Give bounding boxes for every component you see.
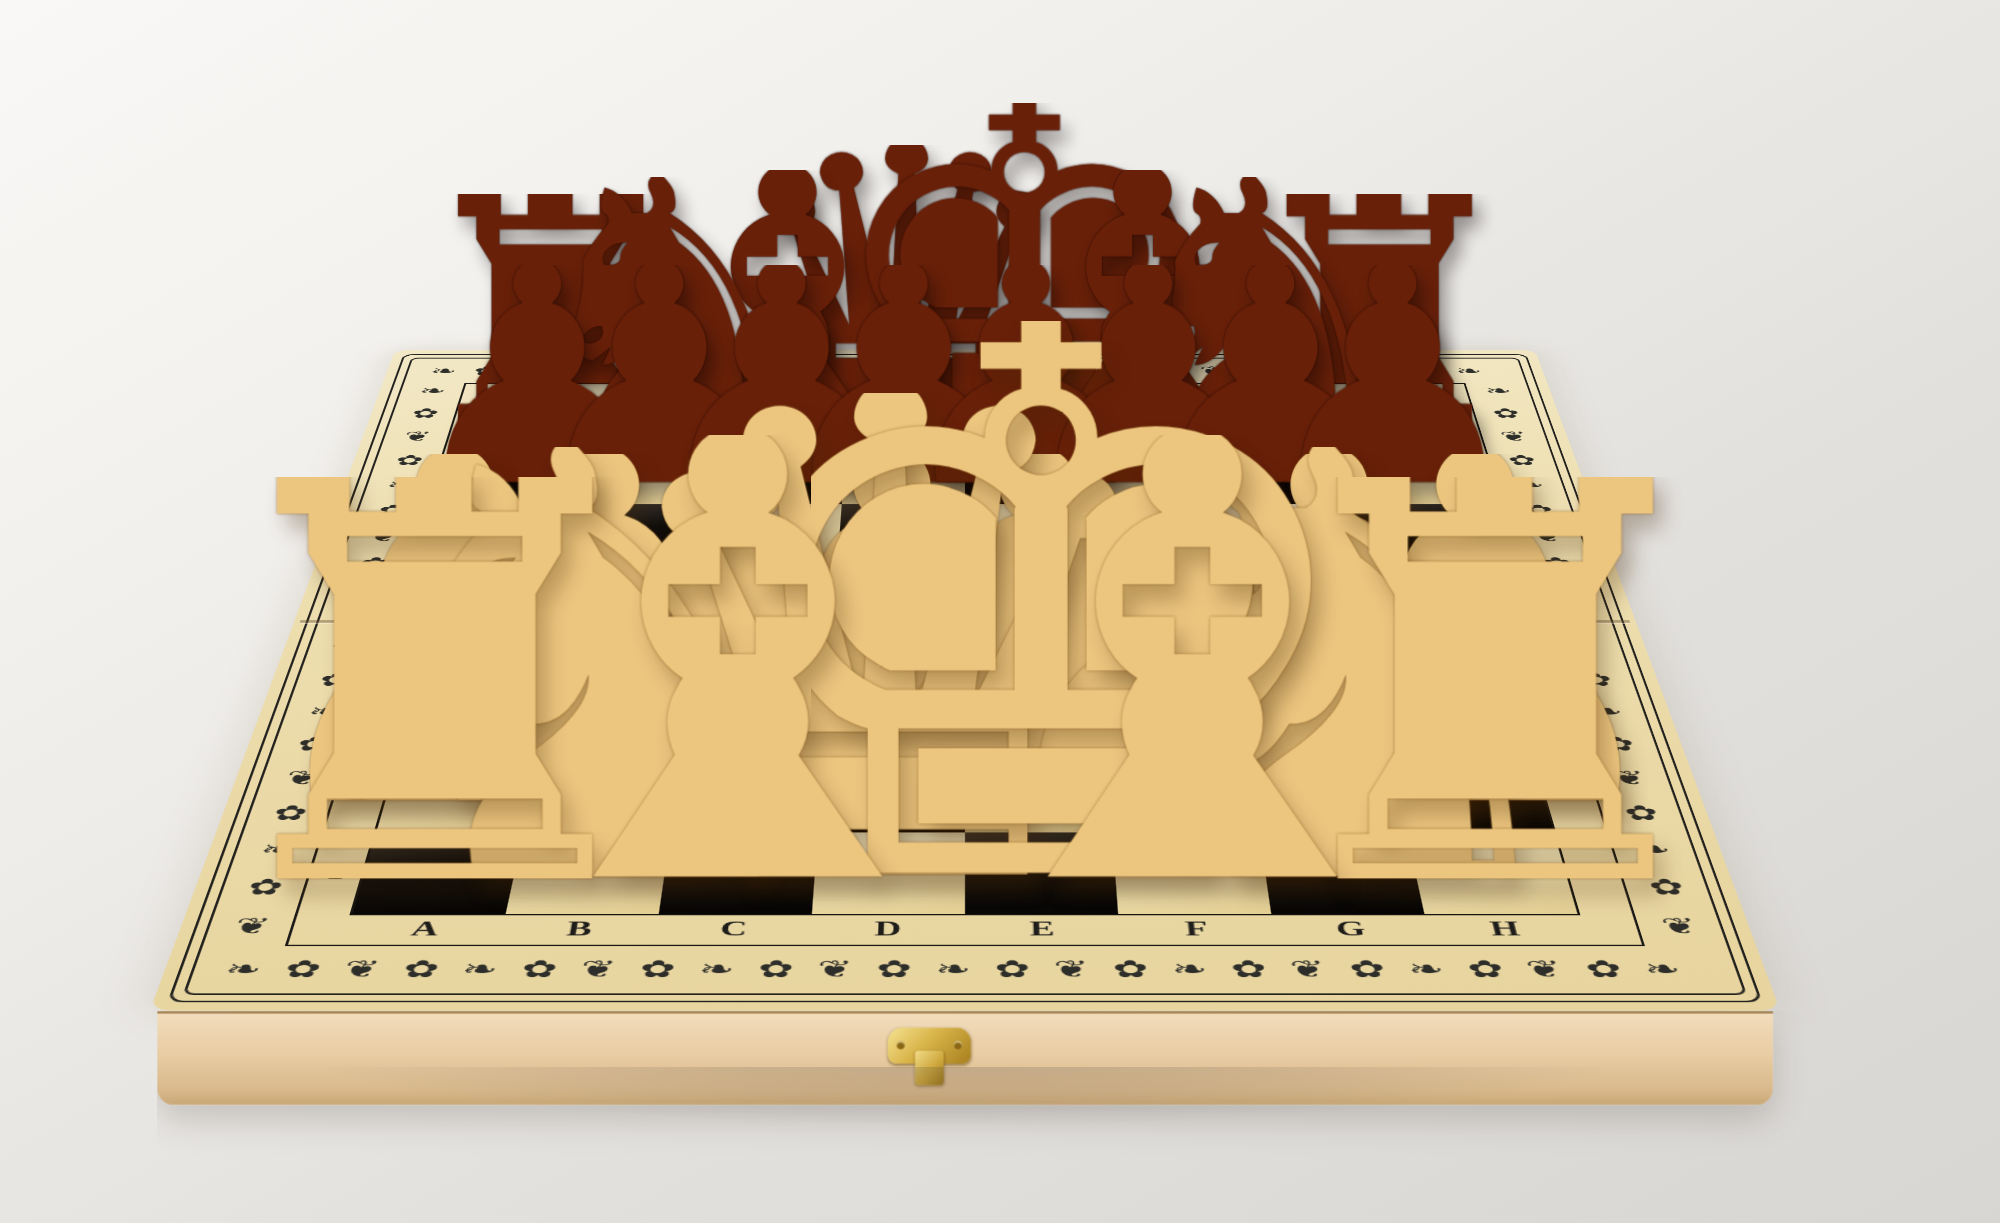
bishop-glyph: ♝	[916, 435, 1469, 891]
floral-ornament-bottom: ❧✿❦✿❧✿❦✿❧✿❦✿❧✿❦✿❧✿❦✿❧✿❦✿❧	[191, 949, 1738, 990]
photo-scene: ❧✿❦✿❧✿❦✿❧✿❦✿❧✿❦✿❧✿❦✿❧✿❦✿❧ ❧✿❦✿❧✿❦✿❧✿❦✿❧✿…	[0, 0, 2000, 1223]
file-labels-bottom: ABCDEFGH	[344, 914, 1586, 943]
file-label: E	[965, 914, 1120, 943]
product-photo-background: ❧✿❦✿❧✿❦✿❧✿❦✿❧✿❦✿❧✿❦✿❧✿❦✿❧ ❧✿❦✿❧✿❦✿❧✿❦✿❧✿…	[0, 0, 2000, 1223]
file-label: B	[499, 914, 659, 943]
pieces-layer: ♜♞♝♛♚♝♞♜♟♟♟♟♟♟♟♟♟♟♟♟♟♟♟♟♜♞♝♛♚♝♞♜	[352, 401, 1577, 914]
box-shadow	[140, 1025, 1791, 1139]
file-label: D	[810, 914, 965, 943]
piece-white-bishop: ♝	[962, 435, 1422, 891]
piece-white-bishop: ♝	[508, 435, 968, 891]
file-label: C	[654, 914, 811, 943]
file-label: G	[1271, 914, 1431, 943]
file-label: F	[1118, 914, 1275, 943]
file-label: H	[1424, 914, 1586, 943]
file-label: A	[344, 914, 506, 943]
folding-chess-box: ❧✿❦✿❧✿❦✿❧✿❦✿❧✿❦✿❧✿❦✿❧✿❦✿❧ ❧✿❦✿❧✿❦✿❧✿❦✿❧✿…	[150, 350, 1780, 1011]
